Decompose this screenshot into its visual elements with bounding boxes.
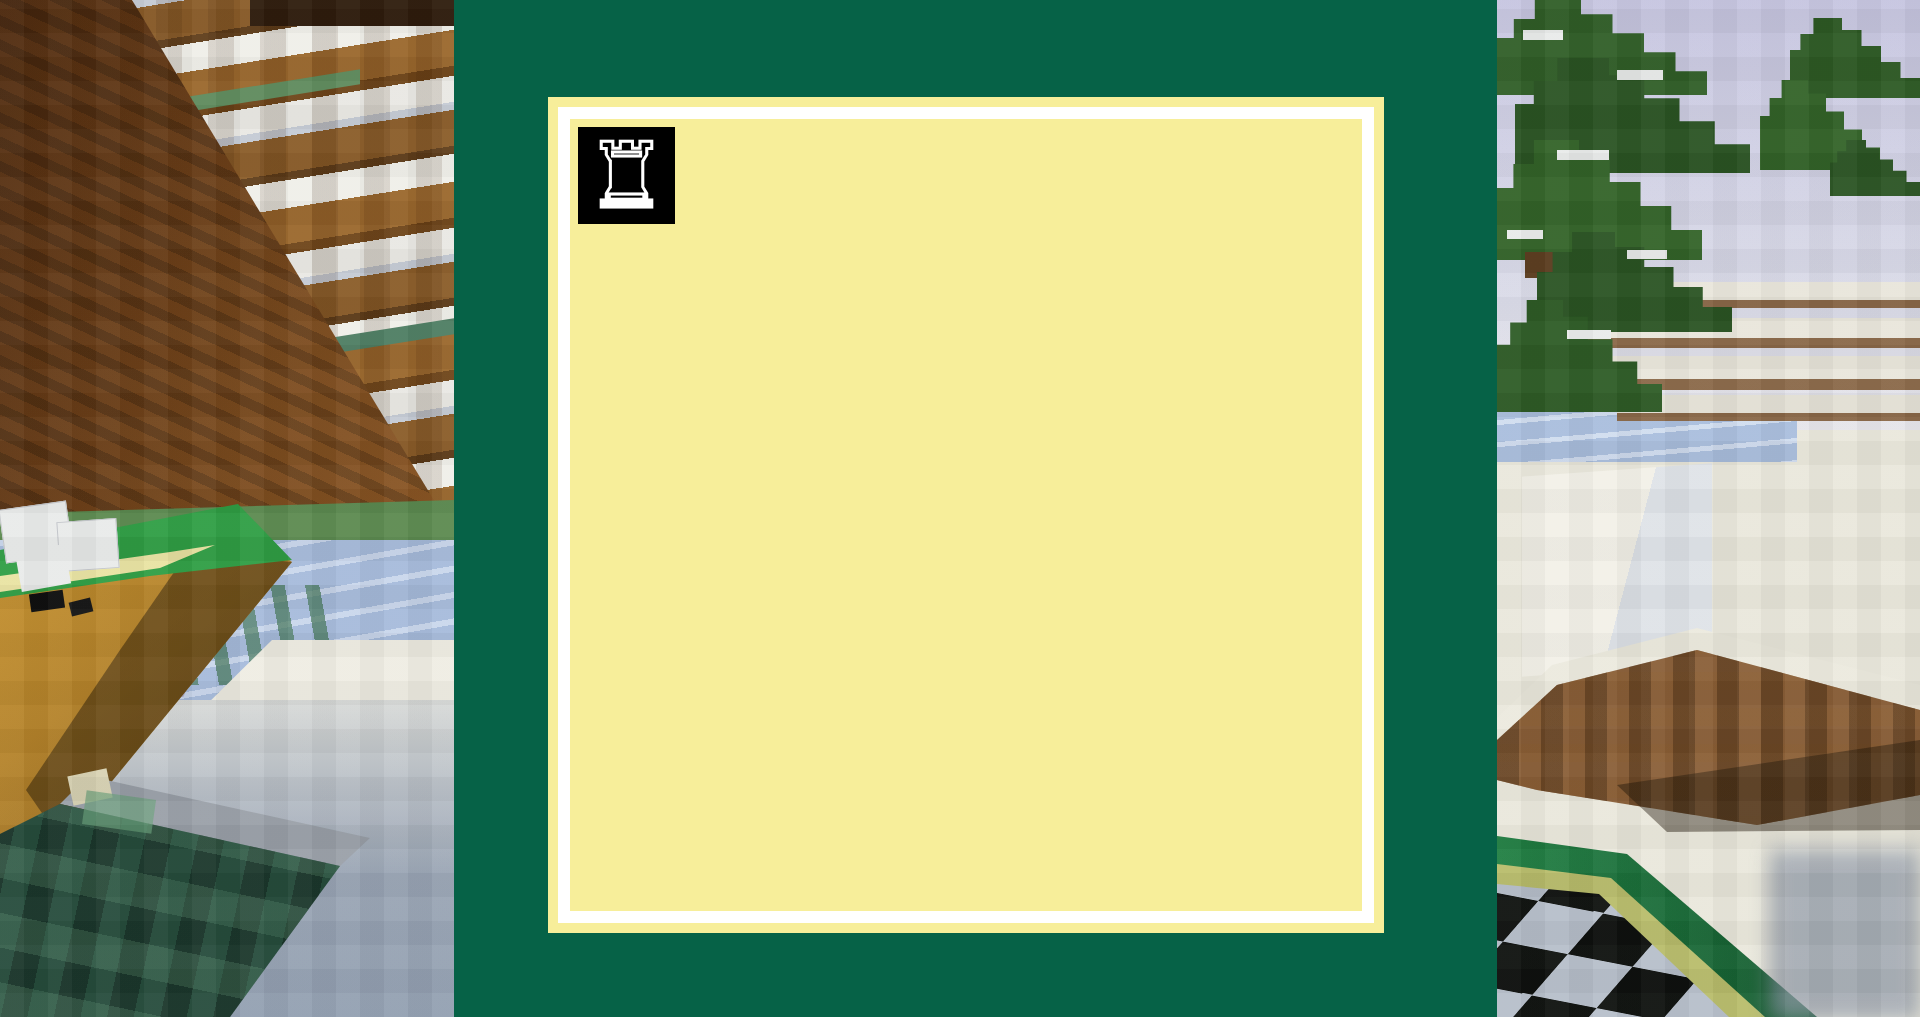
chess-gui-panel: ♜♞♝♛♚♜♟♟♟♟♝♟♛♟♟♟♟♟♟♟♜♞♝♚♝♞♜	[454, 0, 1497, 1017]
pixel-noise-overlay	[1497, 0, 1920, 1017]
screenshot-root: ♜♞♝♛♚♜♟♟♟♟♝♟♛♟♟♟♟♟♟♟♜♞♝♚♝♞♜	[0, 0, 1920, 1017]
black-rook: ♜	[586, 127, 667, 224]
board-frame-yellow-outer: ♜♞♝♛♚♜♟♟♟♟♝♟♛♟♟♟♟♟♟♟♜♞♝♚♝♞♜	[548, 97, 1384, 933]
board-frame-white: ♜♞♝♛♚♜♟♟♟♟♝♟♛♟♟♟♟♟♟♟♜♞♝♚♝♞♜	[558, 107, 1374, 923]
minecraft-left-scenery	[0, 0, 454, 1017]
minecraft-right-scenery	[1497, 0, 1920, 1017]
pixel-noise-overlay	[0, 0, 454, 1017]
board-frame-yellow-inner: ♜♞♝♛♚♜♟♟♟♟♝♟♛♟♟♟♟♟♟♟♜♞♝♚♝♞♜	[570, 119, 1362, 911]
chess-board: ♜♞♝♛♚♜♟♟♟♟♝♟♛♟♟♟♟♟♟♟♜♞♝♚♝♞♜	[578, 127, 1354, 903]
square-h8[interactable]: ♜	[578, 127, 675, 224]
